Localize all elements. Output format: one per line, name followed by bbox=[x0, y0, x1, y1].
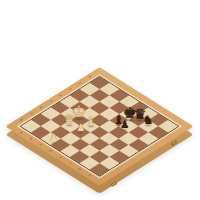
chess-set-photo: abcdefgh 12345678 ♚♚♛♛♝♞♝♟♟♟ bbox=[0, 0, 200, 200]
rank-label: 3 bbox=[67, 87, 72, 90]
file-label: b bbox=[28, 137, 33, 140]
file-label: f bbox=[68, 162, 72, 164]
file-label: e bbox=[58, 156, 63, 159]
rank-label: 4 bbox=[57, 94, 62, 97]
file-label: h bbox=[87, 174, 92, 177]
file-label: a bbox=[18, 131, 23, 134]
board-squares bbox=[19, 76, 179, 177]
rank-label: 1 bbox=[87, 75, 92, 78]
rank-label: 6 bbox=[38, 106, 43, 109]
rank-label: 7 bbox=[28, 112, 33, 115]
board-inlay bbox=[16, 74, 181, 178]
file-label: c bbox=[38, 143, 42, 146]
file-label: d bbox=[48, 149, 53, 152]
chessboard: abcdefgh 12345678 bbox=[5, 67, 193, 185]
file-label: g bbox=[77, 168, 82, 171]
rank-label: 2 bbox=[77, 81, 82, 84]
rank-label: 8 bbox=[18, 118, 23, 121]
rank-label: 5 bbox=[48, 100, 53, 103]
